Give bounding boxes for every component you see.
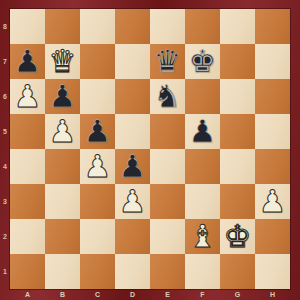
white-pawn-h3: ♟: [255, 184, 290, 219]
square-c6[interactable]: [80, 79, 115, 114]
file-label-c: C: [80, 289, 115, 300]
square-g1[interactable]: [220, 254, 255, 289]
square-f1[interactable]: [185, 254, 220, 289]
file-label-d: D: [115, 289, 150, 300]
square-h5[interactable]: [255, 114, 290, 149]
square-g5[interactable]: [220, 114, 255, 149]
square-b1[interactable]: [45, 254, 80, 289]
square-h7[interactable]: [255, 44, 290, 79]
square-c2[interactable]: [80, 219, 115, 254]
rank-label-5: 5: [0, 114, 10, 149]
square-e8[interactable]: [150, 9, 185, 44]
file-label-e: E: [150, 289, 185, 300]
square-d2[interactable]: [115, 219, 150, 254]
square-f8[interactable]: [185, 9, 220, 44]
square-b5[interactable]: ♟: [45, 114, 80, 149]
square-e1[interactable]: [150, 254, 185, 289]
square-e6[interactable]: ♞: [150, 79, 185, 114]
square-d1[interactable]: [115, 254, 150, 289]
square-a8[interactable]: [10, 9, 45, 44]
black-queen-e7: ♛: [150, 44, 185, 79]
square-c1[interactable]: [80, 254, 115, 289]
square-g2[interactable]: ♚: [220, 219, 255, 254]
square-c7[interactable]: [80, 44, 115, 79]
square-d5[interactable]: [115, 114, 150, 149]
square-b2[interactable]: [45, 219, 80, 254]
rank-label-7: 7: [0, 44, 10, 79]
file-label-f: F: [185, 289, 220, 300]
square-b8[interactable]: [45, 9, 80, 44]
square-h1[interactable]: [255, 254, 290, 289]
rank-label-1: 1: [0, 254, 10, 289]
white-king-g2: ♚: [220, 219, 255, 254]
square-e7[interactable]: ♛: [150, 44, 185, 79]
square-c8[interactable]: [80, 9, 115, 44]
square-f4[interactable]: [185, 149, 220, 184]
square-d3[interactable]: ♟: [115, 184, 150, 219]
black-knight-e6: ♞: [150, 79, 185, 114]
square-a5[interactable]: [10, 114, 45, 149]
square-c3[interactable]: [80, 184, 115, 219]
rank-label-2: 2: [0, 219, 10, 254]
square-g8[interactable]: [220, 9, 255, 44]
white-queen-b7: ♛: [45, 44, 80, 79]
black-pawn-c5: ♟: [80, 114, 115, 149]
square-f2[interactable]: ♝: [185, 219, 220, 254]
file-label-a: A: [10, 289, 45, 300]
square-d4[interactable]: ♟: [115, 149, 150, 184]
square-b6[interactable]: ♟: [45, 79, 80, 114]
square-f6[interactable]: [185, 79, 220, 114]
square-a4[interactable]: [10, 149, 45, 184]
square-f3[interactable]: [185, 184, 220, 219]
square-a7[interactable]: ♟: [10, 44, 45, 79]
square-b3[interactable]: [45, 184, 80, 219]
square-f5[interactable]: ♟: [185, 114, 220, 149]
white-bishop-f2: ♝: [185, 219, 220, 254]
file-label-g: G: [220, 289, 255, 300]
white-pawn-b5: ♟: [45, 114, 80, 149]
square-f7[interactable]: ♚: [185, 44, 220, 79]
square-h3[interactable]: ♟: [255, 184, 290, 219]
square-a3[interactable]: [10, 184, 45, 219]
square-b7[interactable]: ♛: [45, 44, 80, 79]
white-pawn-d3: ♟: [115, 184, 150, 219]
square-h8[interactable]: [255, 9, 290, 44]
black-pawn-f5: ♟: [185, 114, 220, 149]
square-d8[interactable]: [115, 9, 150, 44]
black-pawn-b6: ♟: [45, 79, 80, 114]
file-label-h: H: [255, 289, 290, 300]
square-c5[interactable]: ♟: [80, 114, 115, 149]
square-a1[interactable]: [10, 254, 45, 289]
square-d7[interactable]: [115, 44, 150, 79]
black-pawn-d4: ♟: [115, 149, 150, 184]
square-h4[interactable]: [255, 149, 290, 184]
black-king-f7: ♚: [185, 44, 220, 79]
white-pawn-a6: ♟: [10, 79, 45, 114]
rank-label-3: 3: [0, 184, 10, 219]
chess-board-frame: ♟♛♛♚♟♟♞♟♟♟♟♟♟♟♝♚ 87654321 ABCDEFGH: [0, 0, 300, 300]
square-e4[interactable]: [150, 149, 185, 184]
square-e2[interactable]: [150, 219, 185, 254]
square-g7[interactable]: [220, 44, 255, 79]
rank-label-6: 6: [0, 79, 10, 114]
square-g6[interactable]: [220, 79, 255, 114]
square-g4[interactable]: [220, 149, 255, 184]
square-b4[interactable]: [45, 149, 80, 184]
square-a2[interactable]: [10, 219, 45, 254]
square-e5[interactable]: [150, 114, 185, 149]
square-h6[interactable]: [255, 79, 290, 114]
rank-label-8: 8: [0, 9, 10, 44]
square-e3[interactable]: [150, 184, 185, 219]
square-a6[interactable]: ♟: [10, 79, 45, 114]
square-c4[interactable]: ♟: [80, 149, 115, 184]
file-label-b: B: [45, 289, 80, 300]
black-pawn-a7: ♟: [10, 44, 45, 79]
rank-label-4: 4: [0, 149, 10, 184]
square-d6[interactable]: [115, 79, 150, 114]
white-pawn-c4: ♟: [80, 149, 115, 184]
square-h2[interactable]: [255, 219, 290, 254]
chess-board: ♟♛♛♚♟♟♞♟♟♟♟♟♟♟♝♚: [10, 9, 290, 289]
square-g3[interactable]: [220, 184, 255, 219]
